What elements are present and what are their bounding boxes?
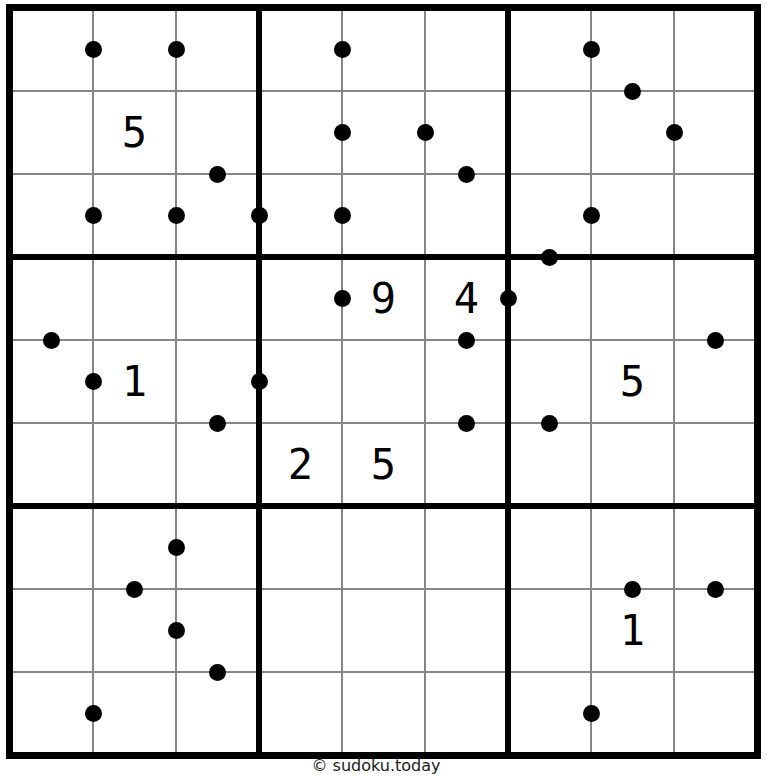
cell-r1c2[interactable] [93,8,176,91]
cell-r4c7[interactable] [508,257,591,340]
cell-r2c5[interactable] [342,91,425,174]
consecutive-dot-r5c3-v [209,415,226,432]
consecutive-dot-r1c2-h [168,41,185,58]
consecutive-dot-r9c7-h [583,705,600,722]
cell-r2c1[interactable] [10,91,93,174]
cell-r3c7[interactable] [508,174,591,257]
cell-r9c1[interactable] [10,672,93,755]
consecutive-dot-r4c6-v [458,332,475,349]
cell-r8c9[interactable] [674,589,757,672]
cell-r5c1[interactable] [10,340,93,423]
consecutive-dot-r1c8-v [624,83,641,100]
copyright-text: © sudoku.today [0,756,752,775]
consecutive-dot-r3c1-h [85,207,102,224]
box-separator-horizontal-2 [10,503,757,509]
consecutive-dot-r1c7-h [583,41,600,58]
cell-r7c7[interactable] [508,506,591,589]
cell-r3c6[interactable] [425,174,508,257]
cell-r6c2[interactable] [93,423,176,506]
cell-r5c7[interactable] [508,340,591,423]
consecutive-dot-r4c1-v [43,332,60,349]
cell-grid: 59415251 [10,8,757,755]
consecutive-dot-r7c2-h [168,539,185,556]
cell-r2c8[interactable] [591,91,674,174]
sudoku-board: 59415251 [10,8,757,755]
cell-r6c7[interactable] [508,423,591,506]
cell-r7c5[interactable] [342,506,425,589]
cell-r6c6[interactable] [425,423,508,506]
cell-r9c6[interactable] [425,672,508,755]
consecutive-dot-r3c4-h [334,207,351,224]
consecutive-dot-r7c9-v [707,581,724,598]
cell-r5c6[interactable] [425,340,508,423]
cell-r6c1[interactable] [10,423,93,506]
cell-r7c2[interactable] [93,506,176,589]
cell-r8c3[interactable] [176,589,259,672]
consecutive-dot-r4c9-v [707,332,724,349]
cell-r3c2[interactable] [93,174,176,257]
cell-r4c5[interactable]: 9 [342,257,425,340]
cell-r1c7[interactable] [508,8,591,91]
consecutive-dot-r3c3-h [251,207,268,224]
cell-r1c4[interactable] [259,8,342,91]
cell-r3c1[interactable] [10,174,93,257]
consecutive-dot-r2c4-h [334,124,351,141]
cell-r5c5[interactable] [342,340,425,423]
box-separator-horizontal-1 [10,254,757,260]
consecutive-dot-r5c3-h [251,373,268,390]
consecutive-dot-r8c2-h [168,622,185,639]
cell-r4c8[interactable] [591,257,674,340]
cell-r8c8[interactable]: 1 [591,589,674,672]
cell-r3c3[interactable] [176,174,259,257]
cell-r7c6[interactable] [425,506,508,589]
cell-r5c9[interactable] [674,340,757,423]
consecutive-dot-r4c6-h [500,290,517,307]
consecutive-dot-r7c8-v [624,581,641,598]
box-separator-vertical-2 [505,8,511,755]
cell-r2c3[interactable] [176,91,259,174]
consecutive-dot-r3c7-h [583,207,600,224]
consecutive-dot-r2c5-h [417,124,434,141]
cell-r6c3[interactable] [176,423,259,506]
consecutive-dot-r2c6-v [458,166,475,183]
consecutive-dot-r7c2-v [126,581,143,598]
consecutive-dot-r5c7-v [541,415,558,432]
cell-r5c4[interactable] [259,340,342,423]
cell-r5c8[interactable]: 5 [591,340,674,423]
cell-r3c4[interactable] [259,174,342,257]
consecutive-dot-r4c4-h [334,290,351,307]
cell-r8c7[interactable] [508,589,591,672]
cell-r5c3[interactable] [176,340,259,423]
cell-r4c3[interactable] [176,257,259,340]
cell-r9c8[interactable] [591,672,674,755]
consecutive-dot-r8c3-v [209,664,226,681]
cell-r9c2[interactable] [93,672,176,755]
consecutive-dot-r3c2-h [168,207,185,224]
cell-r8c2[interactable] [93,589,176,672]
cell-r2c9[interactable] [674,91,757,174]
cell-r4c1[interactable] [10,257,93,340]
cell-r4c9[interactable] [674,257,757,340]
cell-r9c7[interactable] [508,672,591,755]
cell-r1c5[interactable] [342,8,425,91]
cell-r2c2[interactable]: 5 [93,91,176,174]
cell-r9c5[interactable] [342,672,425,755]
cell-r9c3[interactable] [176,672,259,755]
cell-r4c2[interactable] [93,257,176,340]
cell-r9c4[interactable] [259,672,342,755]
cell-r8c1[interactable] [10,589,93,672]
cell-r8c5[interactable] [342,589,425,672]
cell-r8c6[interactable] [425,589,508,672]
consecutive-dot-r1c1-h [85,41,102,58]
cell-r3c5[interactable] [342,174,425,257]
cell-r4c6[interactable]: 4 [425,257,508,340]
cell-r7c4[interactable] [259,506,342,589]
consecutive-dot-r2c8-h [666,124,683,141]
cell-r4c4[interactable] [259,257,342,340]
cell-r6c9[interactable] [674,423,757,506]
cell-r6c4[interactable]: 2 [259,423,342,506]
consecutive-dot-r5c1-h [85,373,102,390]
cell-r7c3[interactable] [176,506,259,589]
cell-r5c2[interactable]: 1 [93,340,176,423]
cell-r1c8[interactable] [591,8,674,91]
cell-r6c8[interactable] [591,423,674,506]
cell-r1c3[interactable] [176,8,259,91]
consecutive-dot-r3c7-v [541,249,558,266]
cell-r9c9[interactable] [674,672,757,755]
cell-r7c9[interactable] [674,506,757,589]
cell-r8c4[interactable] [259,589,342,672]
cell-r3c9[interactable] [674,174,757,257]
cell-r7c8[interactable] [591,506,674,589]
consecutive-dot-r2c3-v [209,166,226,183]
cell-r1c6[interactable] [425,8,508,91]
cell-r7c1[interactable] [10,506,93,589]
cell-r2c4[interactable] [259,91,342,174]
consecutive-dot-r9c1-h [85,705,102,722]
cell-r6c5[interactable]: 5 [342,423,425,506]
cell-r2c7[interactable] [508,91,591,174]
cell-r2c6[interactable] [425,91,508,174]
cell-r3c8[interactable] [591,174,674,257]
cell-r1c1[interactable] [10,8,93,91]
cell-r1c9[interactable] [674,8,757,91]
consecutive-dot-r5c6-v [458,415,475,432]
consecutive-dot-r1c4-h [334,41,351,58]
